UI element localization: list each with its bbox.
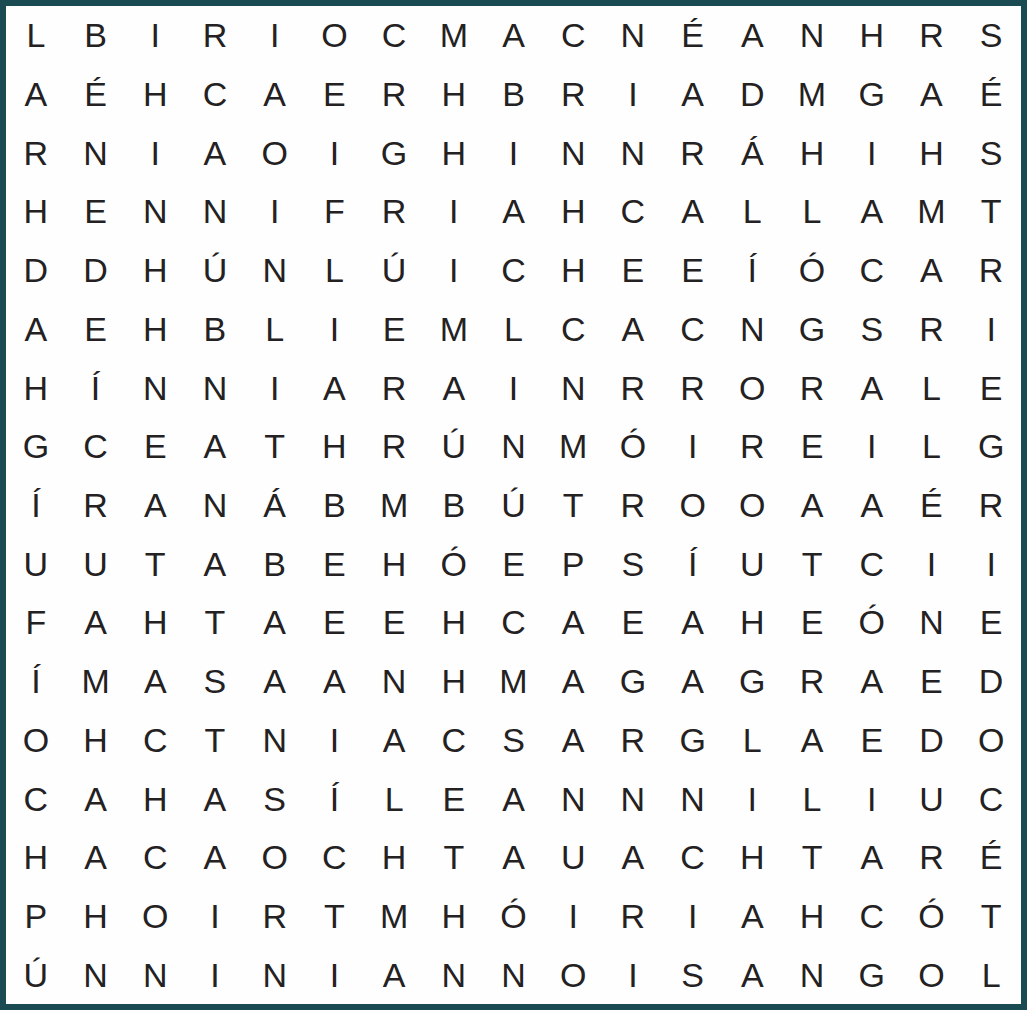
grid-cell[interactable]: Ú (185, 241, 245, 300)
grid-cell[interactable]: C (484, 593, 544, 652)
grid-cell[interactable]: L (364, 769, 424, 828)
grid-cell[interactable]: A (484, 182, 544, 241)
grid-cell[interactable]: O (722, 476, 782, 535)
grid-cell[interactable]: Ó (782, 241, 842, 300)
word-search-board: LBIRIOCMACNÉANHRSAÉHCAERHBRIADMGAÉRNIAOI… (6, 6, 1021, 1004)
grid-cell[interactable]: R (245, 887, 305, 946)
grid-cell[interactable]: C (125, 710, 185, 769)
grid-cell[interactable]: R (782, 358, 842, 417)
grid-cell[interactable]: É (663, 6, 723, 65)
grid-cell[interactable]: A (543, 710, 603, 769)
grid-cell[interactable]: L (722, 182, 782, 241)
grid-cell[interactable]: L (902, 358, 962, 417)
grid-cell[interactable]: E (782, 593, 842, 652)
grid-cell[interactable]: A (6, 65, 66, 124)
grid-cell[interactable]: E (782, 417, 842, 476)
grid-cell[interactable]: N (245, 945, 305, 1004)
grid-cell[interactable]: M (364, 476, 424, 535)
grid-cell[interactable]: I (245, 6, 305, 65)
grid-cell[interactable]: I (305, 300, 365, 359)
grid-cell[interactable]: C (663, 828, 723, 887)
grid-cell[interactable]: B (245, 534, 305, 593)
grid-cell[interactable]: Ú (484, 476, 544, 535)
grid-cell[interactable]: E (66, 182, 126, 241)
grid-cell[interactable]: A (125, 652, 185, 711)
grid-cell[interactable]: T (185, 593, 245, 652)
grid-cell[interactable]: M (424, 6, 484, 65)
grid-cell[interactable]: A (6, 300, 66, 359)
grid-cell[interactable]: Í (722, 241, 782, 300)
grid-cell[interactable]: Ó (603, 417, 663, 476)
grid-cell[interactable]: N (543, 358, 603, 417)
grid-cell[interactable]: O (961, 710, 1021, 769)
grid-cell[interactable]: U (6, 534, 66, 593)
grid-cell[interactable]: H (6, 182, 66, 241)
grid-cell[interactable]: P (543, 534, 603, 593)
grid-cell[interactable]: C (663, 300, 723, 359)
grid-cell[interactable]: E (961, 358, 1021, 417)
grid-cell[interactable]: H (424, 593, 484, 652)
grid-cell[interactable]: O (722, 358, 782, 417)
grid-cell[interactable]: A (902, 241, 962, 300)
grid-cell[interactable]: E (125, 417, 185, 476)
grid-cell[interactable]: E (603, 593, 663, 652)
grid-cell[interactable]: É (902, 476, 962, 535)
grid-cell[interactable]: N (603, 123, 663, 182)
grid-cell[interactable]: H (782, 887, 842, 946)
grid-cell[interactable]: A (782, 476, 842, 535)
grid-cell[interactable]: A (722, 945, 782, 1004)
grid-cell[interactable]: H (722, 593, 782, 652)
grid-cell[interactable]: R (902, 300, 962, 359)
grid-cell[interactable]: A (484, 828, 544, 887)
grid-cell[interactable]: O (245, 828, 305, 887)
grid-cell[interactable]: M (484, 652, 544, 711)
grid-cell[interactable]: Í (305, 769, 365, 828)
grid-cell[interactable]: D (6, 241, 66, 300)
grid-cell[interactable]: N (185, 476, 245, 535)
grid-cell[interactable]: I (543, 887, 603, 946)
grid-cell[interactable]: C (842, 887, 902, 946)
grid-cell[interactable]: I (663, 417, 723, 476)
grid-cell[interactable]: T (424, 828, 484, 887)
grid-cell[interactable]: C (424, 710, 484, 769)
grid-cell[interactable]: C (842, 241, 902, 300)
grid-cell[interactable]: H (6, 358, 66, 417)
grid-cell[interactable]: R (603, 358, 663, 417)
word-search-frame: LBIRIOCMACNÉANHRSAÉHCAERHBRIADMGAÉRNIAOI… (0, 0, 1027, 1010)
grid-cell[interactable]: A (66, 769, 126, 828)
grid-cell[interactable]: O (245, 123, 305, 182)
grid-cell[interactable]: D (902, 710, 962, 769)
grid-cell[interactable]: N (782, 6, 842, 65)
grid-cell[interactable]: D (66, 241, 126, 300)
grid-cell[interactable]: S (961, 6, 1021, 65)
grid-cell[interactable]: A (364, 945, 424, 1004)
grid-cell[interactable]: R (185, 6, 245, 65)
grid-cell[interactable]: C (125, 828, 185, 887)
grid-cell[interactable]: E (364, 593, 424, 652)
grid-cell[interactable]: O (543, 945, 603, 1004)
grid-cell[interactable]: I (305, 123, 365, 182)
grid-cell[interactable]: E (305, 593, 365, 652)
grid-cell[interactable]: T (245, 417, 305, 476)
grid-cell[interactable]: G (842, 945, 902, 1004)
grid-cell[interactable]: N (245, 710, 305, 769)
grid-cell[interactable]: A (663, 593, 723, 652)
grid-cell[interactable]: T (782, 828, 842, 887)
grid-cell[interactable]: C (543, 6, 603, 65)
grid-cell[interactable]: R (66, 476, 126, 535)
grid-cell[interactable]: I (305, 710, 365, 769)
grid-cell[interactable]: A (842, 476, 902, 535)
grid-cell[interactable]: N (782, 945, 842, 1004)
grid-cell[interactable]: N (185, 358, 245, 417)
grid-cell[interactable]: H (722, 828, 782, 887)
grid-cell[interactable]: T (782, 534, 842, 593)
grid-cell[interactable]: A (185, 417, 245, 476)
grid-cell[interactable]: I (902, 534, 962, 593)
grid-cell[interactable]: H (125, 769, 185, 828)
grid-cell[interactable]: G (603, 652, 663, 711)
grid-cell[interactable]: G (782, 300, 842, 359)
grid-cell[interactable]: U (722, 534, 782, 593)
grid-cell[interactable]: N (245, 241, 305, 300)
grid-cell[interactable]: E (902, 652, 962, 711)
grid-cell[interactable]: E (663, 241, 723, 300)
grid-cell[interactable]: A (842, 652, 902, 711)
grid-cell[interactable]: U (902, 769, 962, 828)
grid-cell[interactable]: E (603, 241, 663, 300)
grid-cell[interactable]: N (484, 945, 544, 1004)
grid-cell[interactable]: I (722, 769, 782, 828)
grid-cell[interactable]: A (125, 476, 185, 535)
grid-cell[interactable]: N (603, 6, 663, 65)
grid-cell[interactable]: A (722, 6, 782, 65)
grid-cell[interactable]: Ú (424, 417, 484, 476)
grid-cell[interactable]: T (125, 534, 185, 593)
grid-cell[interactable]: E (305, 65, 365, 124)
grid-cell[interactable]: O (125, 887, 185, 946)
grid-cell[interactable]: N (424, 945, 484, 1004)
grid-cell[interactable]: G (961, 417, 1021, 476)
grid-cell[interactable]: A (245, 65, 305, 124)
grid-cell[interactable]: H (66, 710, 126, 769)
grid-cell[interactable]: A (663, 652, 723, 711)
grid-cell[interactable]: Í (6, 652, 66, 711)
grid-cell[interactable]: C (66, 417, 126, 476)
grid-cell[interactable]: Ó (902, 887, 962, 946)
grid-cell[interactable]: C (603, 182, 663, 241)
grid-cell[interactable]: S (603, 534, 663, 593)
grid-cell[interactable]: S (245, 769, 305, 828)
grid-cell[interactable]: E (364, 300, 424, 359)
grid-cell[interactable]: Í (6, 476, 66, 535)
grid-cell[interactable]: G (6, 417, 66, 476)
grid-cell[interactable]: I (603, 65, 663, 124)
grid-cell[interactable]: B (484, 65, 544, 124)
grid-cell[interactable]: N (543, 123, 603, 182)
grid-cell[interactable]: S (185, 652, 245, 711)
grid-cell[interactable]: I (842, 123, 902, 182)
grid-cell[interactable]: N (364, 652, 424, 711)
grid-cell[interactable]: R (6, 123, 66, 182)
grid-cell[interactable]: I (245, 182, 305, 241)
grid-cell[interactable]: E (305, 534, 365, 593)
grid-cell[interactable]: I (484, 123, 544, 182)
grid-cell[interactable]: É (961, 828, 1021, 887)
grid-cell[interactable]: N (125, 358, 185, 417)
grid-cell[interactable]: I (663, 887, 723, 946)
grid-cell[interactable]: L (722, 710, 782, 769)
grid-cell[interactable]: B (424, 476, 484, 535)
grid-cell[interactable]: A (185, 123, 245, 182)
grid-cell[interactable]: L (484, 300, 544, 359)
grid-cell[interactable]: Ú (6, 945, 66, 1004)
grid-cell[interactable]: A (66, 593, 126, 652)
grid-cell[interactable]: L (245, 300, 305, 359)
grid-cell[interactable]: A (484, 6, 544, 65)
grid-cell[interactable]: R (663, 123, 723, 182)
grid-cell[interactable]: H (125, 593, 185, 652)
grid-cell[interactable]: R (782, 652, 842, 711)
grid-cell[interactable]: R (603, 710, 663, 769)
grid-cell[interactable]: F (6, 593, 66, 652)
grid-cell[interactable]: B (305, 476, 365, 535)
grid-cell[interactable]: M (902, 182, 962, 241)
grid-cell[interactable]: Ú (364, 241, 424, 300)
grid-cell[interactable]: H (424, 887, 484, 946)
grid-cell[interactable]: L (961, 945, 1021, 1004)
grid-cell[interactable]: H (902, 123, 962, 182)
grid-cell[interactable]: A (364, 710, 424, 769)
grid-cell[interactable]: A (185, 769, 245, 828)
grid-cell[interactable]: R (722, 417, 782, 476)
grid-cell[interactable]: T (543, 476, 603, 535)
grid-cell[interactable]: R (961, 241, 1021, 300)
grid-cell[interactable]: C (842, 534, 902, 593)
grid-cell[interactable]: G (722, 652, 782, 711)
grid-cell[interactable]: C (543, 300, 603, 359)
grid-cell[interactable]: O (6, 710, 66, 769)
grid-cell[interactable]: G (842, 65, 902, 124)
grid-cell[interactable]: B (66, 6, 126, 65)
grid-cell[interactable]: Á (245, 476, 305, 535)
grid-cell[interactable]: H (125, 65, 185, 124)
grid-cell[interactable]: É (961, 65, 1021, 124)
grid-cell[interactable]: R (364, 358, 424, 417)
grid-cell[interactable]: R (961, 476, 1021, 535)
grid-cell[interactable]: A (782, 710, 842, 769)
grid-cell[interactable]: R (364, 417, 424, 476)
grid-cell[interactable]: I (245, 358, 305, 417)
grid-cell[interactable]: C (961, 769, 1021, 828)
grid-cell[interactable]: A (185, 534, 245, 593)
grid-cell[interactable]: A (185, 828, 245, 887)
grid-cell[interactable]: F (305, 182, 365, 241)
grid-cell[interactable]: E (484, 534, 544, 593)
grid-cell[interactable]: N (543, 769, 603, 828)
grid-cell[interactable]: M (66, 652, 126, 711)
grid-cell[interactable]: N (663, 769, 723, 828)
grid-cell[interactable]: H (782, 123, 842, 182)
grid-cell[interactable]: N (484, 417, 544, 476)
grid-cell[interactable]: H (424, 65, 484, 124)
grid-cell[interactable]: S (484, 710, 544, 769)
grid-cell[interactable]: A (245, 652, 305, 711)
grid-cell[interactable]: N (722, 300, 782, 359)
grid-cell[interactable]: H (125, 241, 185, 300)
grid-cell[interactable]: I (185, 887, 245, 946)
grid-cell[interactable]: C (364, 6, 424, 65)
grid-cell[interactable]: E (424, 769, 484, 828)
grid-cell[interactable]: A (484, 769, 544, 828)
grid-cell[interactable]: Á (722, 123, 782, 182)
grid-cell[interactable]: C (185, 65, 245, 124)
grid-cell[interactable]: H (543, 182, 603, 241)
grid-cell[interactable]: U (66, 534, 126, 593)
grid-cell[interactable]: A (663, 182, 723, 241)
grid-cell[interactable]: R (663, 358, 723, 417)
grid-cell[interactable]: A (424, 358, 484, 417)
grid-cell[interactable]: R (902, 828, 962, 887)
grid-cell[interactable]: O (305, 6, 365, 65)
grid-cell[interactable]: I (961, 534, 1021, 593)
grid-cell[interactable]: B (185, 300, 245, 359)
grid-cell[interactable]: M (424, 300, 484, 359)
grid-cell[interactable]: S (961, 123, 1021, 182)
grid-cell[interactable]: T (961, 887, 1021, 946)
grid-cell[interactable]: A (663, 65, 723, 124)
grid-cell[interactable]: T (185, 710, 245, 769)
grid-cell[interactable]: Ó (842, 593, 902, 652)
grid-cell[interactable]: R (902, 6, 962, 65)
grid-cell[interactable]: I (842, 769, 902, 828)
grid-cell[interactable]: H (364, 828, 424, 887)
grid-cell[interactable]: N (66, 945, 126, 1004)
grid-cell[interactable]: I (185, 945, 245, 1004)
grid-cell[interactable]: I (424, 182, 484, 241)
grid-cell[interactable]: É (66, 65, 126, 124)
grid-cell[interactable]: H (543, 241, 603, 300)
grid-cell[interactable]: R (364, 182, 424, 241)
grid-cell[interactable]: M (782, 65, 842, 124)
grid-cell[interactable]: I (842, 417, 902, 476)
grid-cell[interactable]: E (66, 300, 126, 359)
grid-cell[interactable]: C (484, 241, 544, 300)
grid-cell[interactable]: H (305, 417, 365, 476)
grid-cell[interactable]: D (961, 652, 1021, 711)
grid-cell[interactable]: R (543, 65, 603, 124)
grid-cell[interactable]: A (603, 828, 663, 887)
grid-cell[interactable]: I (424, 241, 484, 300)
grid-cell[interactable]: G (364, 123, 424, 182)
grid-cell[interactable]: H (66, 887, 126, 946)
grid-cell[interactable]: A (603, 300, 663, 359)
grid-cell[interactable]: I (125, 6, 185, 65)
grid-cell[interactable]: H (6, 828, 66, 887)
grid-cell[interactable]: A (902, 65, 962, 124)
grid-cell[interactable]: A (245, 593, 305, 652)
grid-cell[interactable]: N (66, 123, 126, 182)
grid-cell[interactable]: N (125, 182, 185, 241)
grid-cell[interactable]: N (603, 769, 663, 828)
grid-cell[interactable]: T (961, 182, 1021, 241)
grid-cell[interactable]: D (722, 65, 782, 124)
grid-cell[interactable]: I (125, 123, 185, 182)
grid-cell[interactable]: P (6, 887, 66, 946)
grid-cell[interactable]: Í (66, 358, 126, 417)
grid-cell[interactable]: C (305, 828, 365, 887)
grid-cell[interactable]: N (185, 182, 245, 241)
grid-cell[interactable]: U (543, 828, 603, 887)
grid-cell[interactable]: A (842, 828, 902, 887)
grid-cell[interactable]: E (961, 593, 1021, 652)
grid-cell[interactable]: A (722, 887, 782, 946)
grid-cell[interactable]: I (603, 945, 663, 1004)
grid-cell[interactable]: A (543, 593, 603, 652)
grid-cell[interactable]: H (125, 300, 185, 359)
grid-cell[interactable]: A (842, 358, 902, 417)
grid-cell[interactable]: R (603, 476, 663, 535)
grid-cell[interactable]: H (424, 652, 484, 711)
grid-cell[interactable]: H (424, 123, 484, 182)
grid-cell[interactable]: I (961, 300, 1021, 359)
grid-cell[interactable]: A (305, 358, 365, 417)
grid-cell[interactable]: N (902, 593, 962, 652)
grid-cell[interactable]: S (663, 945, 723, 1004)
grid-cell[interactable]: S (842, 300, 902, 359)
grid-cell[interactable]: Ó (424, 534, 484, 593)
grid-cell[interactable]: Ó (484, 887, 544, 946)
grid-cell[interactable]: M (364, 887, 424, 946)
grid-cell[interactable]: I (484, 358, 544, 417)
grid-cell[interactable]: E (842, 710, 902, 769)
grid-cell[interactable]: A (543, 652, 603, 711)
grid-cell[interactable]: I (305, 945, 365, 1004)
grid-cell[interactable]: L (902, 417, 962, 476)
grid-cell[interactable]: L (782, 182, 842, 241)
grid-cell[interactable]: O (663, 476, 723, 535)
grid-cell[interactable]: A (66, 828, 126, 887)
grid-cell[interactable]: H (364, 534, 424, 593)
grid-cell[interactable]: H (842, 6, 902, 65)
grid-cell[interactable]: L (305, 241, 365, 300)
grid-cell[interactable]: G (663, 710, 723, 769)
grid-cell[interactable]: C (6, 769, 66, 828)
grid-cell[interactable]: A (842, 182, 902, 241)
grid-cell[interactable]: L (6, 6, 66, 65)
grid-cell[interactable]: O (902, 945, 962, 1004)
grid-cell[interactable]: R (603, 887, 663, 946)
grid-cell[interactable]: L (782, 769, 842, 828)
grid-cell[interactable]: M (543, 417, 603, 476)
grid-cell[interactable]: T (305, 887, 365, 946)
grid-cell[interactable]: Í (663, 534, 723, 593)
grid-cell[interactable]: N (125, 945, 185, 1004)
grid-cell[interactable]: A (305, 652, 365, 711)
grid-cell[interactable]: R (364, 65, 424, 124)
